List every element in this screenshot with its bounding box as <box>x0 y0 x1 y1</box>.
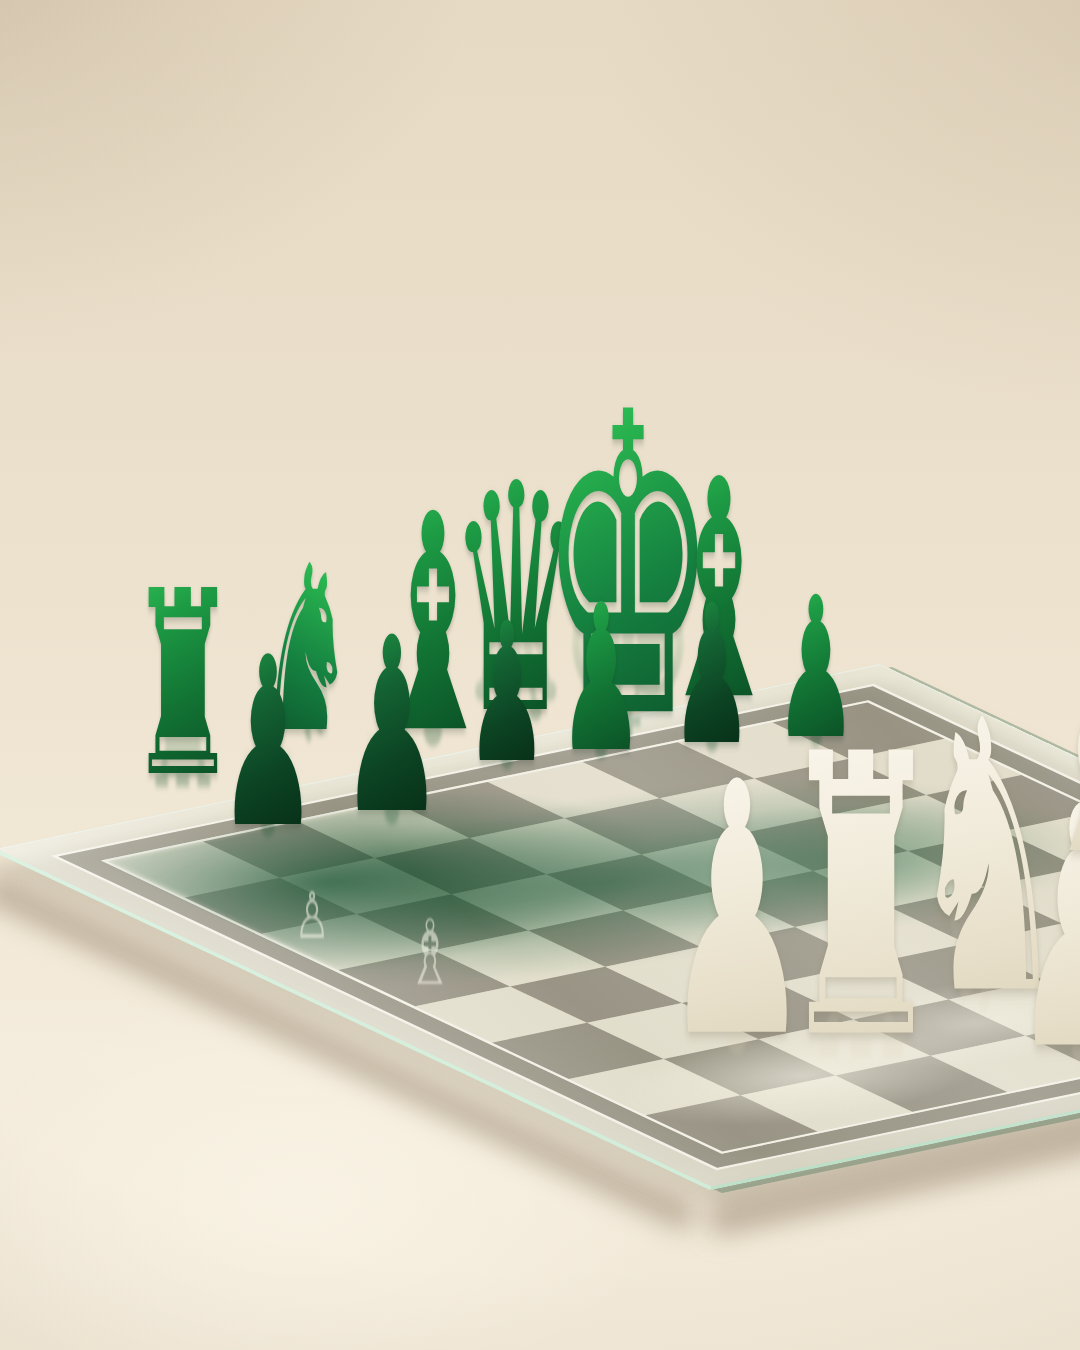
black-pawn-d7: ♟ <box>558 577 645 780</box>
etched-figure: ♙ <box>294 884 329 948</box>
white-bishop-c1: ♝ <box>1046 658 1080 886</box>
black-pawn-c7: ♟ <box>466 598 548 790</box>
black-pawn-a7: ♟ <box>218 626 318 860</box>
black-pawn-b7: ♟ <box>340 606 443 848</box>
photo-scene: ♗♘♙ ♜♜♞♞♝♝♛♛♚♚♝♝♟♟♟♟♟♟♟♟♟♟♟♟♟♟♜♜♞♞♟♟♝♝ <box>0 0 1080 1350</box>
etched-figure: ♗ <box>406 908 455 998</box>
